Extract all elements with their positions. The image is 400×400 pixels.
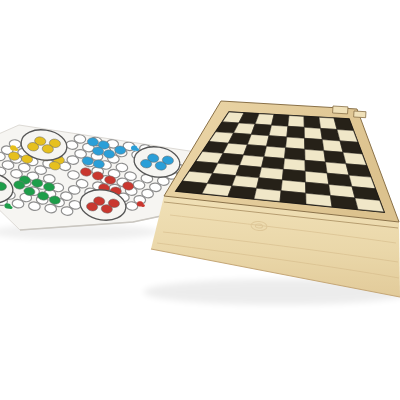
checker-square xyxy=(264,146,286,158)
checker-square xyxy=(287,126,305,138)
checker-square xyxy=(304,116,321,128)
checker-square xyxy=(285,148,306,161)
checker-square xyxy=(305,138,324,151)
checker-square xyxy=(288,116,304,128)
product-photo-scene xyxy=(0,0,400,400)
checker-square xyxy=(228,186,257,199)
checker-square xyxy=(269,125,288,137)
checker-square xyxy=(254,188,281,201)
checker-square xyxy=(272,115,290,127)
scene-svg xyxy=(0,0,400,400)
checker-square xyxy=(324,151,346,164)
checker-square xyxy=(267,136,287,148)
checker-square xyxy=(304,127,322,139)
checker-square xyxy=(305,149,326,162)
checker-square xyxy=(286,137,305,149)
checker-square xyxy=(251,124,271,136)
checker-square xyxy=(244,145,267,157)
checker-square xyxy=(322,140,343,153)
checker-square xyxy=(283,159,305,172)
checker-square xyxy=(247,134,269,146)
checker-square xyxy=(280,191,306,204)
